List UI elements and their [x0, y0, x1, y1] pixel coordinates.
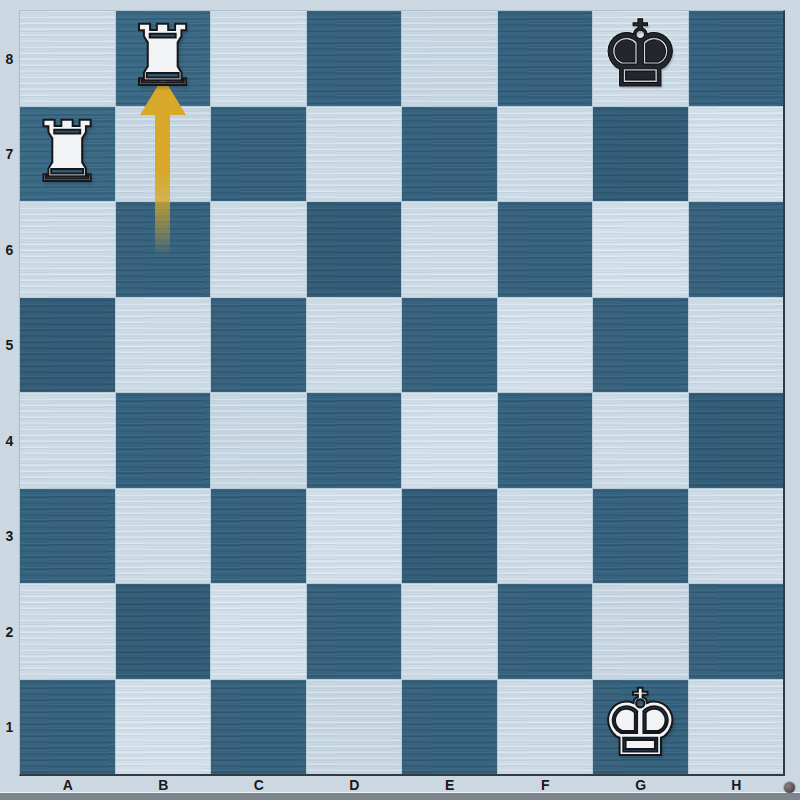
square-d7[interactable] — [307, 107, 402, 202]
rank-label-7: 7 — [0, 146, 19, 162]
file-label-e: E — [402, 777, 497, 792]
resize-grip-icon — [784, 782, 795, 793]
window-bottom-bar — [0, 792, 800, 800]
square-b2[interactable] — [116, 584, 211, 679]
square-e2[interactable] — [402, 584, 497, 679]
square-h2[interactable] — [689, 584, 784, 679]
square-b5[interactable] — [116, 298, 211, 393]
square-e6[interactable] — [402, 202, 497, 297]
square-d8[interactable] — [307, 11, 402, 106]
file-label-g: G — [593, 777, 688, 792]
square-c2[interactable] — [211, 584, 306, 679]
square-f7[interactable] — [498, 107, 593, 202]
arrow-shaft — [155, 115, 170, 256]
square-e3[interactable] — [402, 489, 497, 584]
square-h3[interactable] — [689, 489, 784, 584]
square-b4[interactable] — [116, 393, 211, 488]
square-c5[interactable] — [211, 298, 306, 393]
square-g4[interactable] — [593, 393, 688, 488]
file-label-h: H — [689, 777, 784, 792]
file-label-b: B — [116, 777, 211, 792]
rank-label-3: 3 — [0, 528, 19, 544]
square-d5[interactable] — [307, 298, 402, 393]
chess-app-window: ♜♚♜♚ 87654321 ABCDEFGH — [0, 0, 800, 800]
square-a1[interactable] — [20, 680, 115, 775]
black-king-g8[interactable]: ♚ — [599, 9, 681, 101]
rank-label-5: 5 — [0, 337, 19, 353]
square-b1[interactable] — [116, 680, 211, 775]
square-f5[interactable] — [498, 298, 593, 393]
square-h5[interactable] — [689, 298, 784, 393]
file-label-f: F — [498, 777, 593, 792]
square-g5[interactable] — [593, 298, 688, 393]
square-g2[interactable] — [593, 584, 688, 679]
square-a4[interactable] — [20, 393, 115, 488]
square-a6[interactable] — [20, 202, 115, 297]
square-g8[interactable]: ♚ — [593, 11, 688, 106]
square-f2[interactable] — [498, 584, 593, 679]
rank-label-8: 8 — [0, 51, 19, 67]
square-f8[interactable] — [498, 11, 593, 106]
square-c1[interactable] — [211, 680, 306, 775]
square-g7[interactable] — [593, 107, 688, 202]
square-e7[interactable] — [402, 107, 497, 202]
white-rook-b8[interactable]: ♜ — [125, 14, 200, 98]
square-f3[interactable] — [498, 489, 593, 584]
square-e4[interactable] — [402, 393, 497, 488]
square-c6[interactable] — [211, 202, 306, 297]
rank-label-4: 4 — [0, 433, 19, 449]
square-c3[interactable] — [211, 489, 306, 584]
white-rook-a7[interactable]: ♜ — [30, 110, 105, 194]
square-g3[interactable] — [593, 489, 688, 584]
square-e8[interactable] — [402, 11, 497, 106]
square-c7[interactable] — [211, 107, 306, 202]
file-label-c: C — [211, 777, 306, 792]
white-king-g1[interactable]: ♚ — [599, 678, 681, 770]
rank-label-6: 6 — [0, 242, 19, 258]
square-h1[interactable] — [689, 680, 784, 775]
chess-board: ♜♚♜♚ — [19, 10, 785, 776]
square-a3[interactable] — [20, 489, 115, 584]
square-d4[interactable] — [307, 393, 402, 488]
square-e5[interactable] — [402, 298, 497, 393]
square-c8[interactable] — [211, 11, 306, 106]
square-d3[interactable] — [307, 489, 402, 584]
square-h7[interactable] — [689, 107, 784, 202]
square-a2[interactable] — [20, 584, 115, 679]
square-d2[interactable] — [307, 584, 402, 679]
square-h4[interactable] — [689, 393, 784, 488]
rank-label-1: 1 — [0, 719, 19, 735]
square-a8[interactable] — [20, 11, 115, 106]
square-b3[interactable] — [116, 489, 211, 584]
square-a5[interactable] — [20, 298, 115, 393]
rank-label-2: 2 — [0, 624, 19, 640]
square-e1[interactable] — [402, 680, 497, 775]
square-f6[interactable] — [498, 202, 593, 297]
square-d1[interactable] — [307, 680, 402, 775]
square-d6[interactable] — [307, 202, 402, 297]
square-c4[interactable] — [211, 393, 306, 488]
square-h8[interactable] — [689, 11, 784, 106]
square-h6[interactable] — [689, 202, 784, 297]
square-b8[interactable]: ♜ — [116, 11, 211, 106]
square-a7[interactable]: ♜ — [20, 107, 115, 202]
square-g1[interactable]: ♚ — [593, 680, 688, 775]
square-f1[interactable] — [498, 680, 593, 775]
square-g6[interactable] — [593, 202, 688, 297]
square-f4[interactable] — [498, 393, 593, 488]
file-label-a: A — [20, 777, 115, 792]
file-label-d: D — [307, 777, 402, 792]
